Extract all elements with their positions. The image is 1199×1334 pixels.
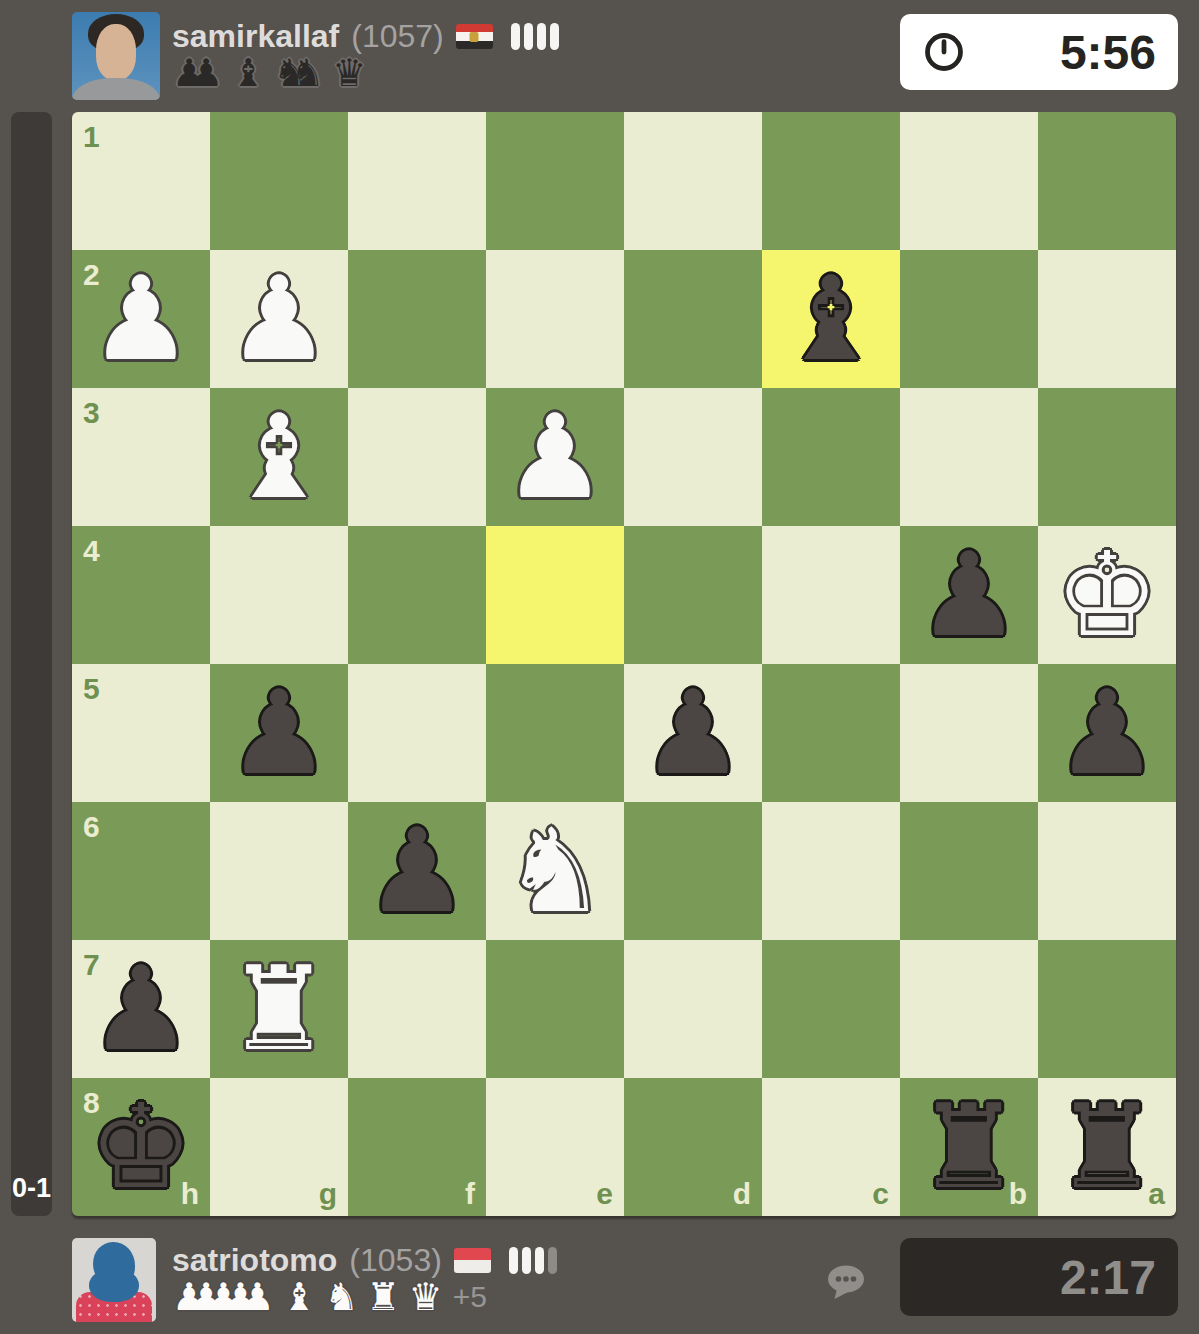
square-d2[interactable] bbox=[624, 250, 762, 388]
signal-bar bbox=[550, 23, 559, 50]
square-c3[interactable] bbox=[762, 388, 900, 526]
square-a4[interactable]: ♚ bbox=[1038, 526, 1176, 664]
signal-bar bbox=[522, 1247, 531, 1274]
file-label-d: d bbox=[733, 1177, 751, 1211]
square-c8[interactable]: c bbox=[762, 1078, 900, 1216]
avatar-neck bbox=[105, 1282, 123, 1298]
chess-board[interactable]: 12♟♟♝3♝♟4♟♚5♟♟♟6♟♞7♟♜8h♚gfedcb♜a♜ bbox=[72, 112, 1176, 1216]
black-pawn-g5[interactable]: ♟ bbox=[210, 664, 348, 802]
square-a5[interactable]: ♟ bbox=[1038, 664, 1176, 802]
square-e5[interactable] bbox=[486, 664, 624, 802]
bottom-player-avatar[interactable] bbox=[72, 1238, 156, 1322]
file-label-e: e bbox=[596, 1177, 613, 1211]
black-rook-b8[interactable]: ♜ bbox=[900, 1078, 1038, 1216]
white-pawn-e3[interactable]: ♟ bbox=[486, 388, 624, 526]
signal-bar bbox=[524, 23, 533, 50]
square-a3[interactable] bbox=[1038, 388, 1176, 526]
captured-rook-icon: ♜ bbox=[367, 1278, 401, 1316]
top-player-captured-pieces: ♟♟♝♞♞♛ bbox=[172, 54, 366, 92]
captured-knights-icon: ♞♞ bbox=[273, 54, 324, 92]
square-d1[interactable] bbox=[624, 112, 762, 250]
square-g3[interactable]: ♝ bbox=[210, 388, 348, 526]
signal-bar bbox=[537, 23, 546, 50]
square-f5[interactable] bbox=[348, 664, 486, 802]
rank-label-6: 6 bbox=[83, 810, 100, 844]
square-e3[interactable]: ♟ bbox=[486, 388, 624, 526]
square-b3[interactable] bbox=[900, 388, 1038, 526]
black-bishop-c2[interactable]: ♝ bbox=[762, 250, 900, 388]
square-a2[interactable] bbox=[1038, 250, 1176, 388]
rank-label-1: 1 bbox=[83, 120, 100, 154]
signal-bar bbox=[548, 1247, 557, 1274]
square-d8[interactable]: d bbox=[624, 1078, 762, 1216]
captured-queen-icon: ♛ bbox=[409, 1278, 443, 1316]
white-rook-g7[interactable]: ♜ bbox=[210, 940, 348, 1078]
square-f7[interactable] bbox=[348, 940, 486, 1078]
bottom-player-name[interactable]: satriotomo bbox=[172, 1242, 337, 1279]
top-player-name[interactable]: samirkallaf bbox=[172, 18, 339, 55]
rank-label-5: 5 bbox=[83, 672, 100, 706]
clock-icon bbox=[922, 30, 966, 74]
game-result-badge: 0-1 bbox=[11, 1173, 52, 1204]
square-c6[interactable] bbox=[762, 802, 900, 940]
square-h8[interactable]: 8h♚ bbox=[72, 1078, 210, 1216]
square-h5[interactable]: 5 bbox=[72, 664, 210, 802]
captured-bishop-icon: ♝ bbox=[282, 1278, 316, 1316]
square-h1[interactable]: 1 bbox=[72, 112, 210, 250]
square-e2[interactable] bbox=[486, 250, 624, 388]
white-king-a4[interactable]: ♚ bbox=[1038, 526, 1176, 664]
top-clock-time: 5:56 bbox=[1060, 25, 1178, 80]
top-player-line: samirkallaf (1057) bbox=[172, 18, 559, 55]
captured-bishop-icon: ♝ bbox=[231, 54, 265, 92]
square-f6[interactable]: ♟ bbox=[348, 802, 486, 940]
top-connection-bars-icon bbox=[511, 23, 559, 50]
square-d6[interactable] bbox=[624, 802, 762, 940]
captured-knights-icon: ♞ bbox=[324, 1278, 358, 1316]
square-a7[interactable] bbox=[1038, 940, 1176, 1078]
square-g1[interactable] bbox=[210, 112, 348, 250]
square-c2[interactable]: ♝ bbox=[762, 250, 900, 388]
rank-label-3: 3 bbox=[83, 396, 100, 430]
top-player-rating: (1057) bbox=[351, 18, 444, 55]
signal-bar bbox=[511, 23, 520, 50]
black-pawn-d5[interactable]: ♟ bbox=[624, 664, 762, 802]
square-e1[interactable] bbox=[486, 112, 624, 250]
bottom-player-captured-pieces: ♟♟♟♟♟♝♞♜♛+5 bbox=[172, 1278, 487, 1316]
square-d5[interactable]: ♟ bbox=[624, 664, 762, 802]
square-f1[interactable] bbox=[348, 112, 486, 250]
white-pawn-h2[interactable]: ♟ bbox=[72, 250, 210, 388]
square-f4[interactable] bbox=[348, 526, 486, 664]
square-f3[interactable] bbox=[348, 388, 486, 526]
square-g4[interactable] bbox=[210, 526, 348, 664]
white-knight-e6[interactable]: ♞ bbox=[486, 802, 624, 940]
file-label-g: g bbox=[319, 1177, 337, 1211]
square-e8[interactable]: e bbox=[486, 1078, 624, 1216]
white-bishop-g3[interactable]: ♝ bbox=[210, 388, 348, 526]
signal-bar bbox=[509, 1247, 518, 1274]
black-pawn-f6[interactable]: ♟ bbox=[348, 802, 486, 940]
square-h3[interactable]: 3 bbox=[72, 388, 210, 526]
chat-bubble-icon[interactable] bbox=[826, 1264, 868, 1302]
rank-label-4: 4 bbox=[83, 534, 100, 568]
indonesia-flag-icon bbox=[454, 1248, 491, 1273]
square-g6[interactable] bbox=[210, 802, 348, 940]
square-b4[interactable]: ♟ bbox=[900, 526, 1038, 664]
square-h4[interactable]: 4 bbox=[72, 526, 210, 664]
file-label-f: f bbox=[465, 1177, 475, 1211]
top-player-clock: 5:56 bbox=[900, 14, 1178, 90]
square-b7[interactable] bbox=[900, 940, 1038, 1078]
black-king-h8[interactable]: ♚ bbox=[72, 1078, 210, 1216]
square-b2[interactable] bbox=[900, 250, 1038, 388]
bottom-clock-time: 2:17 bbox=[1060, 1250, 1178, 1305]
captured-pawns-icon: ♟♟ bbox=[172, 54, 223, 92]
square-b6[interactable] bbox=[900, 802, 1038, 940]
square-h7[interactable]: 7♟ bbox=[72, 940, 210, 1078]
bottom-connection-bars-icon bbox=[509, 1247, 557, 1274]
square-g8[interactable]: g bbox=[210, 1078, 348, 1216]
square-a1[interactable] bbox=[1038, 112, 1176, 250]
square-a6[interactable] bbox=[1038, 802, 1176, 940]
material-advantage: +5 bbox=[453, 1282, 487, 1312]
file-label-c: c bbox=[872, 1177, 889, 1211]
avatar-face bbox=[96, 24, 136, 80]
egypt-flag-icon bbox=[456, 24, 493, 49]
square-e7[interactable] bbox=[486, 940, 624, 1078]
square-d4[interactable] bbox=[624, 526, 762, 664]
bottom-player-clock: 2:17 bbox=[900, 1238, 1178, 1316]
square-h6[interactable]: 6 bbox=[72, 802, 210, 940]
square-g2[interactable]: ♟ bbox=[210, 250, 348, 388]
square-g7[interactable]: ♜ bbox=[210, 940, 348, 1078]
square-h2[interactable]: 2♟ bbox=[72, 250, 210, 388]
square-a8[interactable]: a♜ bbox=[1038, 1078, 1176, 1216]
square-c4[interactable] bbox=[762, 526, 900, 664]
black-pawn-a5[interactable]: ♟ bbox=[1038, 664, 1176, 802]
square-d7[interactable] bbox=[624, 940, 762, 1078]
square-d3[interactable] bbox=[624, 388, 762, 526]
bottom-player-line: satriotomo (1053) bbox=[172, 1242, 557, 1279]
captured-pawns-icon: ♟♟♟♟♟ bbox=[172, 1278, 274, 1316]
square-c7[interactable] bbox=[762, 940, 900, 1078]
bottom-player-rating: (1053) bbox=[349, 1242, 442, 1279]
square-e4[interactable] bbox=[486, 526, 624, 664]
signal-bar bbox=[535, 1247, 544, 1274]
square-c1[interactable] bbox=[762, 112, 900, 250]
square-f2[interactable] bbox=[348, 250, 486, 388]
top-player-avatar[interactable] bbox=[72, 12, 160, 100]
square-b5[interactable] bbox=[900, 664, 1038, 802]
square-g5[interactable]: ♟ bbox=[210, 664, 348, 802]
square-b8[interactable]: b♜ bbox=[900, 1078, 1038, 1216]
square-f8[interactable]: f bbox=[348, 1078, 486, 1216]
avatar-suit bbox=[72, 78, 160, 100]
square-b1[interactable] bbox=[900, 112, 1038, 250]
white-pawn-g2[interactable]: ♟ bbox=[210, 250, 348, 388]
move-list-panel[interactable]: 0-1 bbox=[11, 112, 52, 1216]
square-c5[interactable] bbox=[762, 664, 900, 802]
black-pawn-h7[interactable]: ♟ bbox=[72, 940, 210, 1078]
black-pawn-b4[interactable]: ♟ bbox=[900, 526, 1038, 664]
captured-queen-icon: ♛ bbox=[332, 54, 366, 92]
square-e6[interactable]: ♞ bbox=[486, 802, 624, 940]
black-rook-a8[interactable]: ♜ bbox=[1038, 1078, 1176, 1216]
